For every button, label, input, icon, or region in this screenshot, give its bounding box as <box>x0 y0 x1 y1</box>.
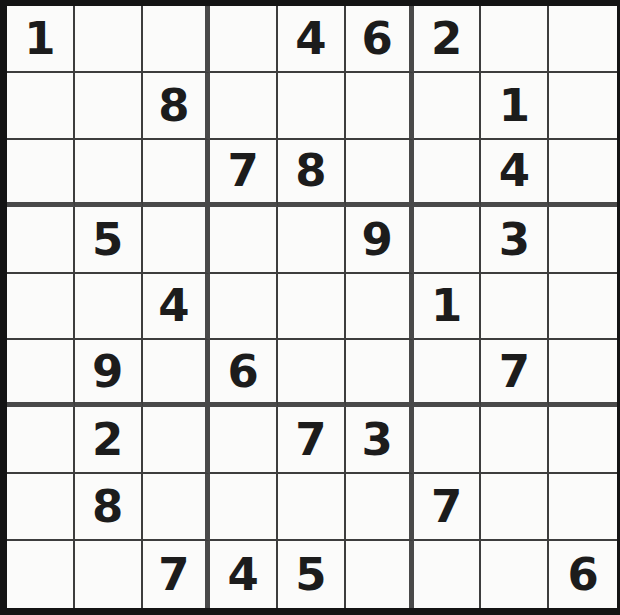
given-digit: 8 <box>295 148 326 193</box>
cell-r8c9[interactable] <box>549 474 617 541</box>
cell-r4c9[interactable] <box>549 207 617 274</box>
given-digit: 4 <box>158 283 189 328</box>
cell-r2c5[interactable] <box>278 73 346 140</box>
cell-r4c8[interactable]: 3 <box>481 207 549 274</box>
cell-r1c3[interactable] <box>143 6 211 73</box>
cell-r8c4[interactable] <box>210 474 278 541</box>
given-digit: 6 <box>362 16 393 61</box>
cell-r6c8[interactable]: 7 <box>481 340 549 407</box>
cell-r9c9[interactable]: 6 <box>549 541 617 608</box>
given-digit: 7 <box>228 148 259 193</box>
cell-r1c8[interactable] <box>481 6 549 73</box>
cell-r5c5[interactable] <box>278 274 346 341</box>
cell-r9c2[interactable] <box>75 541 143 608</box>
cell-r3c8[interactable]: 4 <box>481 140 549 207</box>
cell-r3c7[interactable] <box>414 140 482 207</box>
cell-r6c4[interactable]: 6 <box>210 340 278 407</box>
cell-r1c2[interactable] <box>75 6 143 73</box>
cell-r2c6[interactable] <box>346 73 414 140</box>
given-digit: 3 <box>362 417 393 462</box>
sudoku-grid: 14628178459341967273877456 <box>7 6 617 608</box>
cell-r4c5[interactable] <box>278 207 346 274</box>
cell-r4c2[interactable]: 5 <box>75 207 143 274</box>
cell-r2c1[interactable] <box>7 73 75 140</box>
cell-r5c7[interactable]: 1 <box>414 274 482 341</box>
cell-r7c8[interactable] <box>481 407 549 474</box>
cell-r4c6[interactable]: 9 <box>346 207 414 274</box>
cell-r9c1[interactable] <box>7 541 75 608</box>
cell-r5c9[interactable] <box>549 274 617 341</box>
cell-r8c6[interactable] <box>346 474 414 541</box>
cell-r1c5[interactable]: 4 <box>278 6 346 73</box>
cell-r6c5[interactable] <box>278 340 346 407</box>
cell-r6c7[interactable] <box>414 340 482 407</box>
cell-r8c8[interactable] <box>481 474 549 541</box>
cell-r7c5[interactable]: 7 <box>278 407 346 474</box>
cell-r2c7[interactable] <box>414 73 482 140</box>
cell-r5c2[interactable] <box>75 274 143 341</box>
given-digit: 4 <box>499 148 530 193</box>
given-digit: 4 <box>295 16 326 61</box>
cell-r5c6[interactable] <box>346 274 414 341</box>
cell-r7c2[interactable]: 2 <box>75 407 143 474</box>
cell-r4c4[interactable] <box>210 207 278 274</box>
cell-r1c1[interactable]: 1 <box>7 6 75 73</box>
cell-r2c3[interactable]: 8 <box>143 73 211 140</box>
cell-r6c6[interactable] <box>346 340 414 407</box>
cell-r3c3[interactable] <box>143 140 211 207</box>
cell-r5c3[interactable]: 4 <box>143 274 211 341</box>
cell-r7c9[interactable] <box>549 407 617 474</box>
cell-r7c1[interactable] <box>7 407 75 474</box>
given-digit: 7 <box>499 349 530 394</box>
cell-r3c4[interactable]: 7 <box>210 140 278 207</box>
given-digit: 8 <box>92 484 123 529</box>
given-digit: 9 <box>362 217 393 262</box>
cell-r9c8[interactable] <box>481 541 549 608</box>
cell-r8c7[interactable]: 7 <box>414 474 482 541</box>
cell-r7c3[interactable] <box>143 407 211 474</box>
cell-r1c4[interactable] <box>210 6 278 73</box>
cell-r2c9[interactable] <box>549 73 617 140</box>
given-digit: 7 <box>431 484 462 529</box>
given-digit: 1 <box>431 283 462 328</box>
sudoku-board: 14628178459341967273877456 <box>0 0 620 615</box>
cell-r6c2[interactable]: 9 <box>75 340 143 407</box>
cell-r8c1[interactable] <box>7 474 75 541</box>
cell-r1c9[interactable] <box>549 6 617 73</box>
given-digit: 6 <box>567 552 598 597</box>
given-digit: 2 <box>92 417 123 462</box>
given-digit: 2 <box>431 16 462 61</box>
cell-r5c8[interactable] <box>481 274 549 341</box>
cell-r1c7[interactable]: 2 <box>414 6 482 73</box>
given-digit: 5 <box>295 552 326 597</box>
given-digit: 5 <box>92 217 123 262</box>
cell-r3c9[interactable] <box>549 140 617 207</box>
cell-r6c9[interactable] <box>549 340 617 407</box>
cell-r7c4[interactable] <box>210 407 278 474</box>
cell-r2c2[interactable] <box>75 73 143 140</box>
cell-r8c2[interactable]: 8 <box>75 474 143 541</box>
cell-r2c4[interactable] <box>210 73 278 140</box>
cell-r3c5[interactable]: 8 <box>278 140 346 207</box>
given-digit: 7 <box>295 417 326 462</box>
cell-r3c6[interactable] <box>346 140 414 207</box>
given-digit: 6 <box>228 349 259 394</box>
cell-r9c4[interactable]: 4 <box>210 541 278 608</box>
cell-r2c8[interactable]: 1 <box>481 73 549 140</box>
given-digit: 8 <box>158 83 189 128</box>
cell-r9c3[interactable]: 7 <box>143 541 211 608</box>
given-digit: 4 <box>228 552 259 597</box>
cell-r4c7[interactable] <box>414 207 482 274</box>
cell-r7c6[interactable]: 3 <box>346 407 414 474</box>
cell-r9c7[interactable] <box>414 541 482 608</box>
cell-r8c3[interactable] <box>143 474 211 541</box>
cell-r6c3[interactable] <box>143 340 211 407</box>
cell-r4c1[interactable] <box>7 207 75 274</box>
cell-r8c5[interactable] <box>278 474 346 541</box>
cell-r9c6[interactable] <box>346 541 414 608</box>
given-digit: 1 <box>499 83 530 128</box>
cell-r1c6[interactable]: 6 <box>346 6 414 73</box>
given-digit: 7 <box>158 552 189 597</box>
cell-r5c4[interactable] <box>210 274 278 341</box>
cell-r5c1[interactable] <box>7 274 75 341</box>
given-digit: 3 <box>499 217 530 262</box>
cell-r9c5[interactable]: 5 <box>278 541 346 608</box>
cell-r3c2[interactable] <box>75 140 143 207</box>
given-digit: 9 <box>92 349 123 394</box>
cell-r6c1[interactable] <box>7 340 75 407</box>
cell-r3c1[interactable] <box>7 140 75 207</box>
cell-r7c7[interactable] <box>414 407 482 474</box>
given-digit: 1 <box>24 16 55 61</box>
cell-r4c3[interactable] <box>143 207 211 274</box>
